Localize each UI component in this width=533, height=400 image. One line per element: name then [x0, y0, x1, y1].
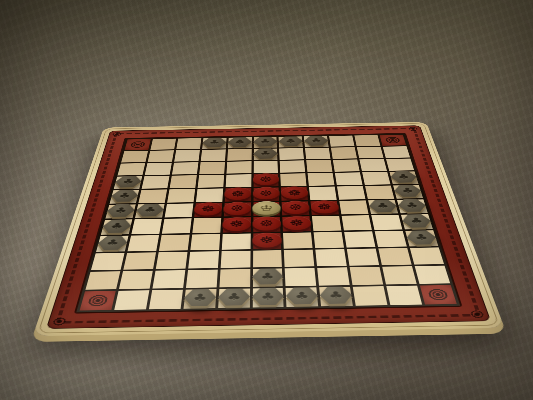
cell-k1[interactable] [420, 285, 457, 304]
cell-j3[interactable] [379, 248, 412, 265]
cell-e6[interactable]: ☸ [224, 202, 251, 216]
cell-c2[interactable] [152, 270, 185, 288]
attacker-engraving-icon: ♣ [294, 291, 309, 301]
cell-b3[interactable] [123, 252, 156, 269]
piece-attacker-k4[interactable]: ♣ [405, 230, 439, 245]
cell-k5[interactable]: ♣ [401, 214, 433, 229]
cell-h8[interactable] [308, 173, 335, 186]
cell-d6[interactable]: ☸ [194, 203, 222, 217]
defender-engraving-icon: ☸ [259, 189, 273, 197]
cell-f7[interactable]: ☸ [253, 187, 279, 201]
cell-b9[interactable] [145, 163, 172, 175]
hnefatafl-board: ♣♣♣♣♣♣♣☸♣♣☸☸☸♣♣♣☸☸♔☸☸♣♣♣☸☸☸♣♣☸♣♣♣♣♣♣♣ [33, 122, 505, 336]
cell-k6[interactable]: ♣ [397, 199, 428, 213]
cell-k8[interactable]: ♣ [390, 171, 419, 184]
defender-engraving-icon: ☸ [289, 218, 305, 227]
cell-a3[interactable] [91, 253, 125, 270]
cell-d1[interactable]: ♣ [183, 289, 216, 309]
cell-e5[interactable]: ☸ [222, 217, 250, 232]
defender-engraving-icon: ☸ [287, 189, 302, 197]
cell-a6[interactable]: ♣ [105, 204, 135, 218]
defender-engraving-icon: ☸ [317, 203, 333, 212]
frame-rosette-icon [110, 131, 123, 136]
cell-h3[interactable] [316, 249, 347, 266]
cell-b8[interactable] [142, 176, 170, 189]
piece-attacker-d1[interactable]: ♣ [183, 288, 217, 306]
frame-rosette-icon [467, 309, 487, 320]
cell-j2[interactable] [382, 266, 416, 284]
cell-b10[interactable] [148, 150, 174, 162]
cell-a7[interactable]: ♣ [110, 190, 139, 204]
cell-j7[interactable] [365, 185, 394, 199]
cell-f8[interactable]: ☸ [253, 174, 279, 187]
piece-king-f6[interactable]: ♔ [252, 201, 281, 215]
cell-d5[interactable] [192, 218, 221, 233]
attacker-engraving-icon: ♣ [192, 293, 207, 303]
piece-attacker-a4[interactable]: ♣ [96, 235, 129, 250]
defender-engraving-icon: ☸ [201, 205, 216, 214]
cell-h9[interactable] [307, 160, 333, 172]
attacker-engraving-icon: ♣ [260, 151, 271, 157]
cell-j8[interactable] [362, 172, 390, 185]
attacker-engraving-icon: ♣ [105, 239, 120, 247]
attacker-engraving-icon: ♣ [376, 202, 390, 209]
attacker-engraving-icon: ♣ [122, 178, 135, 185]
defender-engraving-icon: ☸ [288, 203, 303, 212]
cell-i7[interactable] [337, 186, 365, 200]
piece-attacker-j6[interactable]: ♣ [368, 199, 399, 213]
cell-g7[interactable]: ☸ [281, 187, 308, 201]
cell-b4[interactable] [127, 235, 159, 251]
cell-d3[interactable] [188, 251, 219, 268]
piece-defender-g7[interactable]: ☸ [281, 186, 309, 199]
cell-j9[interactable] [360, 159, 387, 171]
piece-attacker-h11[interactable]: ♣ [304, 136, 329, 146]
piece-attacker-f2[interactable]: ♣ [252, 268, 284, 285]
cell-c3[interactable] [156, 252, 188, 269]
cell-k9[interactable] [386, 158, 414, 170]
piece-attacker-a5[interactable]: ♣ [101, 219, 133, 233]
piece-defender-g6[interactable]: ☸ [281, 201, 310, 215]
cell-k4[interactable]: ♣ [405, 230, 438, 246]
frame-rosette-icon [49, 316, 69, 327]
piece-attacker-f1[interactable]: ♣ [252, 287, 285, 305]
cell-i5[interactable] [342, 215, 372, 230]
cell-f3[interactable] [253, 250, 283, 267]
cell-f11[interactable]: ♣ [254, 137, 278, 148]
attacker-engraving-icon: ♣ [118, 192, 132, 199]
cell-e3[interactable] [220, 251, 250, 268]
cell-b11[interactable] [150, 139, 176, 150]
cell-k11[interactable] [380, 135, 406, 146]
cell-h1[interactable]: ♣ [319, 287, 353, 307]
defender-engraving-icon: ☸ [231, 190, 245, 198]
cell-e9[interactable] [226, 161, 251, 173]
cell-d10[interactable] [201, 149, 226, 161]
cell-h11[interactable]: ♣ [304, 136, 329, 147]
attacker-engraving-icon: ♣ [260, 139, 271, 145]
cell-k3[interactable] [410, 248, 444, 265]
cell-k10[interactable] [383, 146, 410, 158]
attacker-engraving-icon: ♣ [414, 233, 429, 241]
cell-f5[interactable]: ☸ [253, 217, 281, 232]
cell-i1[interactable] [353, 286, 388, 305]
attacker-engraving-icon: ♣ [110, 222, 125, 230]
cell-d4[interactable] [190, 234, 220, 250]
cell-k2[interactable] [415, 266, 450, 284]
cell-d8[interactable] [197, 175, 223, 188]
frame-rosette-icon [406, 126, 420, 131]
cell-h2[interactable] [318, 267, 350, 285]
cell-g8[interactable] [281, 173, 307, 186]
cell-c4[interactable] [159, 235, 190, 251]
cell-i2[interactable] [350, 267, 383, 285]
cell-e1[interactable]: ♣ [218, 289, 250, 309]
defender-engraving-icon: ☸ [229, 219, 244, 228]
cell-c6[interactable] [164, 203, 193, 217]
piece-attacker-g1[interactable]: ♣ [285, 287, 318, 305]
cell-f10[interactable]: ♣ [253, 148, 277, 160]
cell-h6[interactable]: ☸ [311, 201, 339, 215]
playing-field: ♣♣♣♣♣♣♣☸♣♣☸☸☸♣♣♣☸☸♔☸☸♣♣♣☸☸☸♣♣☸♣♣♣♣♣♣♣ [76, 134, 460, 313]
cell-a9[interactable] [118, 163, 146, 175]
cell-b2[interactable] [119, 271, 153, 289]
cell-e2[interactable] [219, 269, 250, 287]
piece-attacker-e1[interactable]: ♣ [217, 288, 250, 306]
cell-j5[interactable] [371, 215, 402, 230]
attacker-engraving-icon: ♣ [405, 202, 419, 209]
king-engraving-icon: ♔ [259, 204, 273, 212]
piece-attacker-e11[interactable]: ♣ [227, 137, 251, 147]
cell-c11[interactable] [176, 138, 201, 149]
cell-j6[interactable]: ♣ [368, 200, 398, 214]
cell-e7[interactable]: ☸ [224, 188, 250, 202]
cell-h4[interactable] [314, 232, 344, 248]
piece-defender-g5[interactable]: ☸ [282, 216, 311, 230]
cell-j1[interactable] [386, 286, 422, 305]
board-grid: ♣♣♣♣♣♣♣☸♣♣☸☸☸♣♣♣☸☸♔☸☸♣♣♣☸☸☸♣♣☸♣♣♣♣♣♣♣ [76, 134, 460, 313]
piece-attacker-a8[interactable]: ♣ [114, 176, 143, 188]
piece-attacker-d11[interactable]: ♣ [202, 137, 227, 147]
defender-engraving-icon: ☸ [259, 175, 273, 183]
cell-i3[interactable] [347, 249, 379, 266]
cell-a10[interactable] [121, 151, 148, 163]
piece-defender-f8[interactable]: ☸ [253, 173, 279, 185]
piece-defender-d6[interactable]: ☸ [194, 202, 223, 216]
photo-scene: ♣♣♣♣♣♣♣☸♣♣☸☸☸♣♣♣☸☸♔☸☸♣♣♣☸☸☸♣♣☸♣♣♣♣♣♣♣ [0, 0, 533, 400]
piece-attacker-a6[interactable]: ♣ [105, 204, 136, 218]
cell-b7[interactable] [138, 189, 167, 203]
cell-b6[interactable]: ♣ [135, 204, 165, 218]
cell-g11[interactable]: ♣ [279, 136, 303, 147]
cell-a5[interactable]: ♣ [101, 220, 132, 235]
attacker-engraving-icon: ♣ [397, 174, 411, 181]
cell-b5[interactable] [131, 219, 161, 234]
board-rotation-wrap: ♣♣♣♣♣♣♣☸♣♣☸☸☸♣♣♣☸☸♔☸☸♣♣♣☸☸☸♣♣☸♣♣♣♣♣♣♣ [0, 0, 533, 400]
cell-g1[interactable]: ♣ [286, 287, 319, 307]
cell-c5[interactable] [162, 219, 192, 234]
cell-a8[interactable]: ♣ [114, 176, 142, 189]
cell-c9[interactable] [172, 162, 198, 174]
cell-d9[interactable] [199, 162, 225, 174]
cell-g6[interactable]: ☸ [282, 201, 310, 215]
cell-i6[interactable] [339, 200, 368, 214]
cell-k7[interactable]: ♣ [393, 185, 423, 199]
piece-attacker-g11[interactable]: ♣ [278, 136, 303, 146]
piece-defender-f5[interactable]: ☸ [252, 216, 281, 230]
piece-defender-h6[interactable]: ☸ [310, 200, 339, 214]
attacker-engraving-icon: ♣ [328, 290, 344, 300]
piece-defender-f4[interactable]: ☸ [252, 233, 282, 248]
cell-f1[interactable]: ♣ [252, 288, 284, 308]
cell-b1[interactable] [114, 290, 149, 310]
attacker-engraving-icon: ♣ [227, 292, 242, 302]
cell-a2[interactable] [85, 271, 120, 289]
cell-a11[interactable] [125, 139, 151, 150]
piece-attacker-b6[interactable]: ♣ [135, 203, 165, 217]
defender-engraving-icon: ☸ [259, 235, 275, 245]
cell-f2[interactable]: ♣ [252, 269, 283, 287]
cell-g5[interactable]: ☸ [283, 216, 312, 231]
piece-defender-e6[interactable]: ☸ [223, 202, 251, 216]
piece-defender-e5[interactable]: ☸ [222, 217, 251, 231]
attacker-engraving-icon: ♣ [401, 187, 415, 194]
cell-i10[interactable] [331, 147, 357, 159]
cell-g9[interactable] [280, 160, 305, 172]
cell-e8[interactable] [225, 174, 251, 187]
cell-j11[interactable] [354, 135, 380, 146]
piece-attacker-f11[interactable]: ♣ [253, 136, 277, 146]
attacker-engraving-icon: ♣ [114, 207, 128, 214]
cell-i4[interactable] [344, 232, 375, 248]
cell-h10[interactable] [305, 148, 330, 160]
piece-attacker-h1[interactable]: ♣ [319, 286, 353, 304]
attacker-engraving-icon: ♣ [261, 272, 275, 281]
cell-g3[interactable] [284, 250, 314, 267]
piece-attacker-a7[interactable]: ♣ [110, 189, 140, 202]
piece-attacker-k5[interactable]: ♣ [400, 214, 432, 228]
cell-c10[interactable] [174, 150, 200, 162]
cell-c1[interactable] [149, 290, 183, 310]
cell-d2[interactable] [186, 270, 218, 288]
cell-g2[interactable] [285, 268, 316, 286]
attacker-engraving-icon: ♣ [143, 206, 157, 213]
piece-attacker-k7[interactable]: ♣ [393, 184, 423, 197]
attacker-engraving-icon: ♣ [209, 140, 220, 146]
piece-attacker-k6[interactable]: ♣ [396, 199, 427, 213]
cell-i8[interactable] [335, 172, 363, 185]
cell-h5[interactable] [312, 216, 341, 231]
cell-g4[interactable] [283, 233, 312, 249]
cell-e11[interactable]: ♣ [228, 137, 252, 148]
cell-a1[interactable] [80, 291, 116, 311]
cell-e4[interactable] [221, 234, 250, 250]
cell-c8[interactable] [170, 175, 197, 188]
cell-d7[interactable] [196, 188, 223, 202]
attacker-engraving-icon: ♣ [234, 139, 245, 145]
piece-attacker-f10[interactable]: ♣ [253, 148, 278, 159]
piece-attacker-k8[interactable]: ♣ [389, 171, 418, 183]
defender-engraving-icon: ☸ [230, 204, 245, 213]
cell-f6[interactable]: ♔ [253, 202, 280, 216]
cell-e10[interactable] [227, 149, 251, 161]
cell-a4[interactable]: ♣ [96, 236, 128, 252]
cell-d11[interactable]: ♣ [202, 138, 226, 149]
attacker-engraving-icon: ♣ [409, 217, 424, 225]
cell-j10[interactable] [357, 147, 384, 159]
defender-engraving-icon: ☸ [259, 219, 274, 228]
cell-h7[interactable] [309, 186, 337, 200]
cell-j4[interactable] [375, 231, 407, 247]
attacker-engraving-icon: ♣ [285, 138, 296, 144]
cell-c7[interactable] [167, 189, 195, 203]
attacker-engraving-icon: ♣ [310, 138, 322, 144]
piece-defender-f7[interactable]: ☸ [253, 187, 280, 200]
cell-i9[interactable] [333, 159, 360, 171]
piece-defender-e7[interactable]: ☸ [224, 187, 251, 200]
cell-f9[interactable] [253, 161, 278, 173]
cell-g10[interactable] [279, 148, 304, 160]
attacker-engraving-icon: ♣ [261, 291, 276, 301]
cell-f4[interactable]: ☸ [253, 233, 282, 249]
cell-i11[interactable] [329, 136, 354, 147]
